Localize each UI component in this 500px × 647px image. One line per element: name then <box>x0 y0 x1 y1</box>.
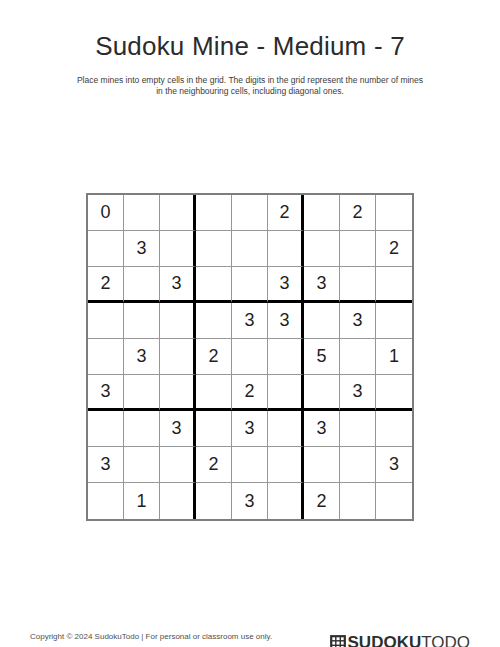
cell-r5c1-empty[interactable] <box>88 339 124 375</box>
cell-r2c9-clue[interactable]: 2 <box>376 231 412 267</box>
logo-text-sudoku: SUDOKU <box>348 633 422 647</box>
cell-r3c2-empty[interactable] <box>124 267 160 303</box>
cell-r2c5-empty[interactable] <box>232 231 268 267</box>
cell-r3c1-clue[interactable]: 2 <box>88 267 124 303</box>
cell-r8c1-clue[interactable]: 3 <box>88 447 124 483</box>
cell-r6c4-empty[interactable] <box>196 375 232 411</box>
cell-r4c8-clue[interactable]: 3 <box>340 303 376 339</box>
cell-r8c4-clue[interactable]: 2 <box>196 447 232 483</box>
cell-r9c9-empty[interactable] <box>376 483 412 519</box>
instructions-line-1: Place mines into empty cells in the grid… <box>0 75 500 86</box>
cell-r2c3-empty[interactable] <box>160 231 196 267</box>
sudokutodo-logo: SUDOKUTODO <box>330 633 470 647</box>
cell-r7c1-empty[interactable] <box>88 411 124 447</box>
cell-r3c6-clue[interactable]: 3 <box>268 267 304 303</box>
cell-r7c9-empty[interactable] <box>376 411 412 447</box>
cell-r7c8-empty[interactable] <box>340 411 376 447</box>
cell-r3c4-empty[interactable] <box>196 267 232 303</box>
cell-r7c6-empty[interactable] <box>268 411 304 447</box>
cell-r2c2-clue[interactable]: 3 <box>124 231 160 267</box>
cell-r9c2-clue[interactable]: 1 <box>124 483 160 519</box>
cell-r6c8-clue[interactable]: 3 <box>340 375 376 411</box>
cell-r4c9-empty[interactable] <box>376 303 412 339</box>
cell-r8c7-empty[interactable] <box>304 447 340 483</box>
cell-r5c7-clue[interactable]: 5 <box>304 339 340 375</box>
cell-r4c7-empty[interactable] <box>304 303 340 339</box>
cell-r5c2-clue[interactable]: 3 <box>124 339 160 375</box>
cell-r8c3-empty[interactable] <box>160 447 196 483</box>
printable-puzzle-page: Sudoku Mine - Medium - 7 Place mines int… <box>0 31 500 647</box>
cell-r8c6-empty[interactable] <box>268 447 304 483</box>
cell-r7c7-clue[interactable]: 3 <box>304 411 340 447</box>
cell-r8c5-empty[interactable] <box>232 447 268 483</box>
cell-r1c6-clue[interactable]: 2 <box>268 195 304 231</box>
cell-r2c6-empty[interactable] <box>268 231 304 267</box>
cell-r5c6-empty[interactable] <box>268 339 304 375</box>
cell-r9c3-empty[interactable] <box>160 483 196 519</box>
cell-r1c1-clue[interactable]: 0 <box>88 195 124 231</box>
grid-logo-icon <box>330 635 346 647</box>
page-footer: Copyright © 2024 SudokuTodo | For person… <box>30 630 470 647</box>
cell-r1c2-empty[interactable] <box>124 195 160 231</box>
cell-r2c4-empty[interactable] <box>196 231 232 267</box>
cell-r3c7-clue[interactable]: 3 <box>304 267 340 303</box>
cell-r3c8-empty[interactable] <box>340 267 376 303</box>
cell-r3c9-empty[interactable] <box>376 267 412 303</box>
copyright-text: Copyright © 2024 SudokuTodo | For person… <box>30 630 285 647</box>
cell-r2c8-empty[interactable] <box>340 231 376 267</box>
cell-r9c7-clue[interactable]: 2 <box>304 483 340 519</box>
board-container: 0223223333333251323333323132 <box>86 193 414 521</box>
instructions-line-2: in the neighbouring cells, including dia… <box>0 86 500 97</box>
cell-r5c4-clue[interactable]: 2 <box>196 339 232 375</box>
cell-r1c9-empty[interactable] <box>376 195 412 231</box>
copyright-line-2: Play online or make your own free printa… <box>30 643 285 647</box>
cell-r1c3-empty[interactable] <box>160 195 196 231</box>
puzzle-instructions: Place mines into empty cells in the grid… <box>0 75 500 97</box>
cell-r8c8-empty[interactable] <box>340 447 376 483</box>
cell-r9c4-empty[interactable] <box>196 483 232 519</box>
cell-r6c5-clue[interactable]: 2 <box>232 375 268 411</box>
copyright-line-1: Copyright © 2024 SudokuTodo | For person… <box>30 630 285 643</box>
cell-r7c5-clue[interactable]: 3 <box>232 411 268 447</box>
cell-r8c9-clue[interactable]: 3 <box>376 447 412 483</box>
logo-wordmark: SUDOKUTODO <box>348 633 470 647</box>
cell-r3c3-clue[interactable]: 3 <box>160 267 196 303</box>
logo-text-todo: TODO <box>421 633 470 647</box>
cell-r9c5-clue[interactable]: 3 <box>232 483 268 519</box>
cell-r1c4-empty[interactable] <box>196 195 232 231</box>
cell-r9c8-empty[interactable] <box>340 483 376 519</box>
cell-r1c5-empty[interactable] <box>232 195 268 231</box>
cell-r6c1-clue[interactable]: 3 <box>88 375 124 411</box>
cell-r5c8-empty[interactable] <box>340 339 376 375</box>
cell-r3c5-empty[interactable] <box>232 267 268 303</box>
cell-r4c3-empty[interactable] <box>160 303 196 339</box>
cell-r4c4-empty[interactable] <box>196 303 232 339</box>
cell-r6c7-empty[interactable] <box>304 375 340 411</box>
cell-r9c1-empty[interactable] <box>88 483 124 519</box>
cell-r7c3-clue[interactable]: 3 <box>160 411 196 447</box>
cell-r6c3-empty[interactable] <box>160 375 196 411</box>
cell-r4c2-empty[interactable] <box>124 303 160 339</box>
cell-r7c4-empty[interactable] <box>196 411 232 447</box>
cell-r6c6-empty[interactable] <box>268 375 304 411</box>
cell-r8c2-empty[interactable] <box>124 447 160 483</box>
cell-r1c8-clue[interactable]: 2 <box>340 195 376 231</box>
cell-r5c9-clue[interactable]: 1 <box>376 339 412 375</box>
cell-r9c6-empty[interactable] <box>268 483 304 519</box>
cell-r7c2-empty[interactable] <box>124 411 160 447</box>
cell-r5c3-empty[interactable] <box>160 339 196 375</box>
cell-r4c6-clue[interactable]: 3 <box>268 303 304 339</box>
cell-r2c7-empty[interactable] <box>304 231 340 267</box>
cell-r2c1-empty[interactable] <box>88 231 124 267</box>
cell-r6c9-empty[interactable] <box>376 375 412 411</box>
sudoku-grid: 0223223333333251323333323132 <box>86 193 414 521</box>
page-title: Sudoku Mine - Medium - 7 <box>0 31 500 62</box>
cell-r4c1-empty[interactable] <box>88 303 124 339</box>
cell-r4c5-clue[interactable]: 3 <box>232 303 268 339</box>
cell-r5c5-empty[interactable] <box>232 339 268 375</box>
cell-r1c7-empty[interactable] <box>304 195 340 231</box>
cell-r6c2-empty[interactable] <box>124 375 160 411</box>
